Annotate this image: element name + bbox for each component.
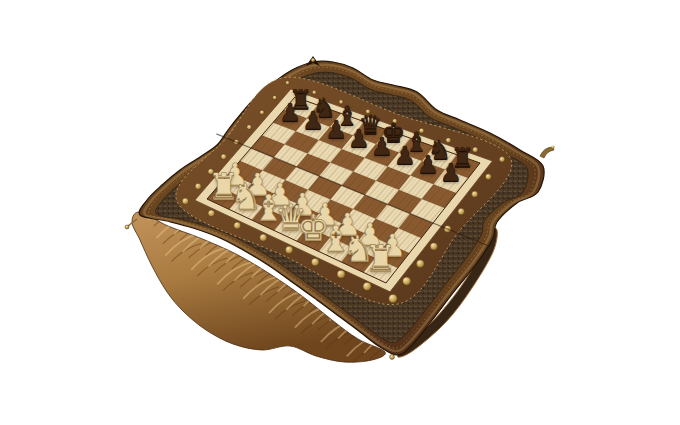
piece-black-pawn[interactable]: ♟ (302, 109, 324, 134)
piece-black-pawn[interactable]: ♟ (417, 153, 439, 178)
brass-stud (311, 258, 319, 266)
brass-stud (403, 277, 411, 285)
brass-stud (416, 260, 424, 268)
top-hinge-icon (311, 58, 315, 62)
brass-stud (458, 208, 465, 215)
brass-stud (273, 95, 277, 99)
piece-black-pawn[interactable]: ♟ (394, 144, 416, 169)
right-clasp-icon (540, 147, 554, 158)
left-pin-icon (125, 225, 129, 229)
brass-stud (260, 110, 265, 115)
brass-stud (208, 210, 215, 217)
brass-stud (285, 246, 293, 254)
brass-stud (363, 282, 371, 290)
brass-stud (260, 234, 267, 241)
brass-stud (247, 125, 252, 130)
piece-black-pawn[interactable]: ♟ (371, 135, 393, 160)
brass-stud (499, 157, 505, 163)
chess-set-photo: ♜♞♟♝♟♛♟♚♟♝♟♞♟♜♟♟♟♟♜♟♞♟♝♟♛♟♚♟♝♟♞♜ (0, 0, 680, 425)
brass-stud (182, 198, 188, 204)
brass-stud (430, 243, 437, 250)
foot-pin-icon (390, 355, 395, 360)
brass-stud (195, 183, 201, 189)
brass-stud (234, 222, 241, 229)
piece-black-pawn[interactable]: ♟ (325, 118, 347, 143)
piece-black-pawn[interactable]: ♟ (348, 127, 370, 152)
right-clasp-icon (551, 145, 554, 148)
brass-stud (389, 294, 398, 303)
brass-stud (485, 174, 491, 180)
brass-stud (472, 191, 478, 197)
brass-stud (337, 270, 345, 278)
piece-black-pawn[interactable]: ♟ (279, 101, 301, 126)
piece-black-pawn[interactable]: ♟ (440, 162, 462, 187)
piece-white-rook[interactable]: ♜ (365, 241, 397, 277)
